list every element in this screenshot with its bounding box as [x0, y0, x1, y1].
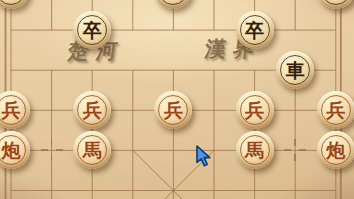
piece-red-horse[interactable]: 馬 — [236, 131, 274, 169]
piece-glyph: 炮 — [2, 141, 21, 160]
point-marker — [41, 139, 63, 161]
piece-ring — [0, 0, 26, 5]
piece-glyph: 卒 — [245, 21, 264, 40]
piece-red-soldier[interactable]: 兵 — [73, 91, 111, 129]
piece-red-soldier[interactable]: 兵 — [236, 91, 274, 129]
piece-red-soldier[interactable]: 兵 — [0, 91, 30, 129]
piece-ring — [158, 0, 188, 5]
piece-glyph: 馬 — [83, 141, 102, 160]
piece-red-soldier[interactable]: 兵 — [154, 91, 192, 129]
piece-black-soldier[interactable]: 卒 — [154, 0, 192, 9]
piece-glyph: 卒 — [83, 21, 102, 40]
piece-glyph: 兵 — [2, 101, 21, 120]
piece-red-cannon[interactable]: 炮 — [0, 131, 30, 169]
piece-glyph: 炮 — [326, 141, 345, 160]
piece-red-horse[interactable]: 馬 — [73, 131, 111, 169]
xiangqi-board[interactable]: 楚河 漢界 卒卒卒卒卒車兵兵兵兵兵炮馬馬炮 — [0, 0, 354, 199]
piece-red-soldier[interactable]: 兵 — [317, 91, 354, 129]
point-marker — [284, 139, 306, 161]
piece-glyph: 兵 — [326, 101, 345, 120]
piece-black-soldier[interactable]: 卒 — [73, 11, 111, 49]
piece-black-soldier[interactable]: 卒 — [0, 0, 30, 9]
piece-glyph: 兵 — [245, 101, 264, 120]
piece-glyph: 兵 — [83, 101, 102, 120]
piece-black-soldier[interactable]: 卒 — [317, 0, 354, 9]
piece-black-chariot[interactable]: 車 — [276, 51, 314, 89]
piece-red-cannon[interactable]: 炮 — [317, 131, 354, 169]
piece-glyph: 兵 — [164, 101, 183, 120]
piece-glyph: 車 — [286, 61, 305, 80]
piece-glyph: 馬 — [245, 141, 264, 160]
mouse-cursor-icon — [196, 145, 212, 169]
piece-black-soldier[interactable]: 卒 — [236, 11, 274, 49]
piece-ring — [321, 0, 351, 5]
